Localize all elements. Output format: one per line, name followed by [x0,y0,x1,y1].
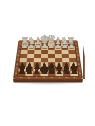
rank-label-8: 8 [78,71,83,76]
file-label-d: d [48,76,56,79]
board-shadow [11,82,85,85]
file-label-c: c [56,76,64,79]
file-label-a: a [71,76,79,79]
rank-label-8: 8 [13,71,18,76]
board-side-edge [83,45,85,79]
file-coordinates: hgfedcba [17,76,78,79]
file-label-e: e [40,76,48,79]
board-frame: hgfedcba 12345678 12345678 [13,40,83,79]
file-label-f: f [33,76,41,79]
chess-board: hgfedcba 12345678 12345678 [13,40,83,79]
chess-set-photo: hgfedcba 12345678 12345678 ♜♞♝♛♚♝♞♜♟♟♟♟♟… [0,0,95,126]
board-squares [18,42,79,76]
